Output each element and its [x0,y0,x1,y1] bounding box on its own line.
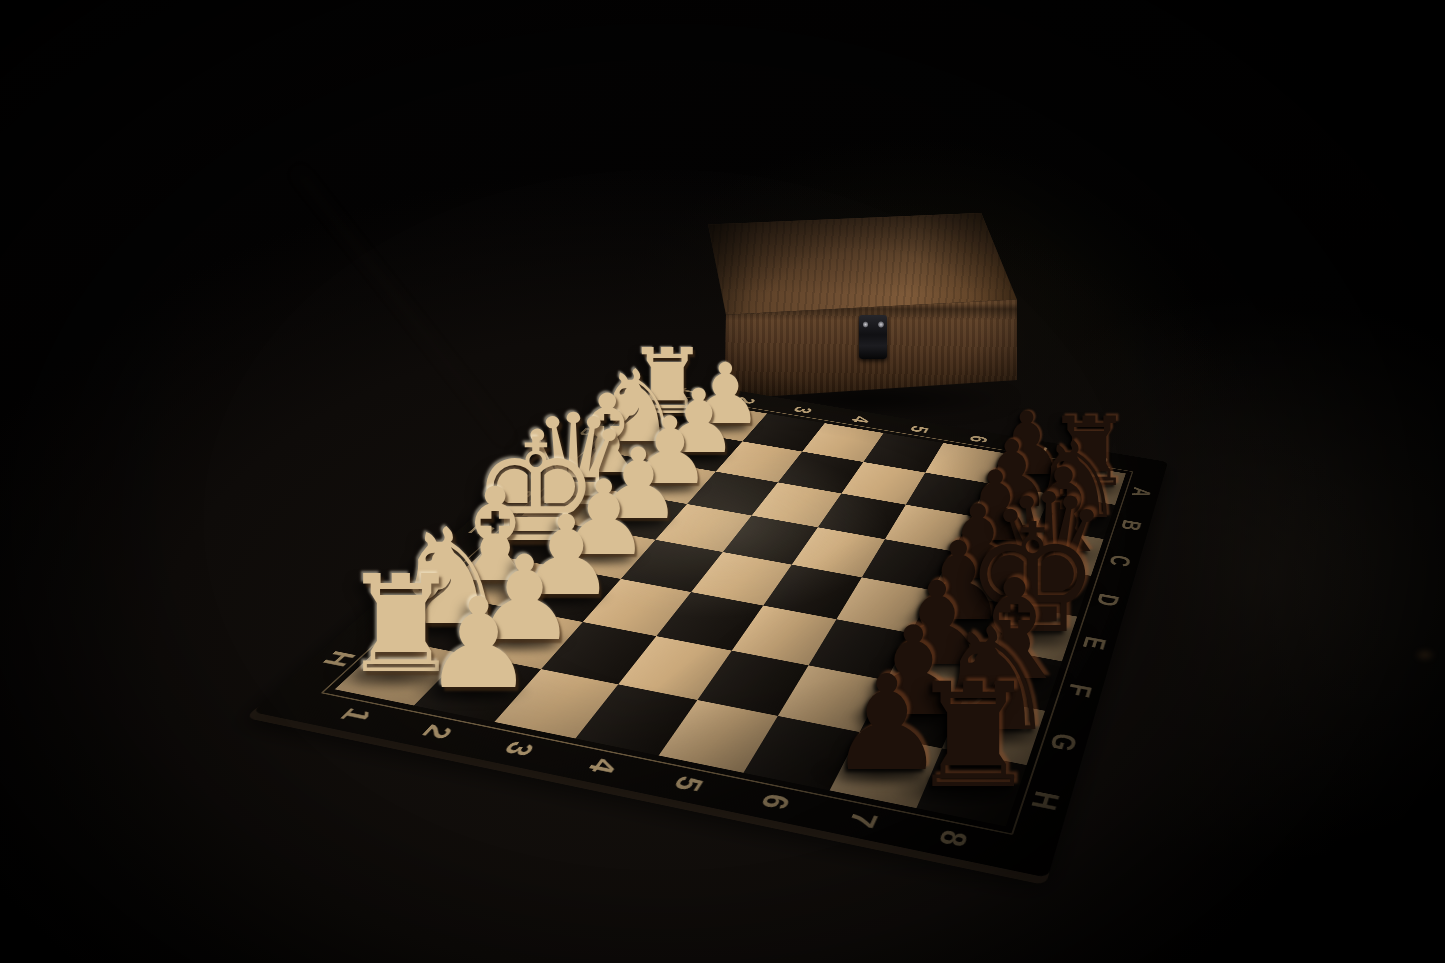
white-queen-d1: ♛ [517,398,630,524]
white-pawn-c2: ♟ [628,405,711,498]
piece-shadow [977,467,1064,488]
piece-glyph: ♟ [594,434,682,532]
piece-glyph: ♞ [594,357,684,457]
piece-shadow [455,527,597,561]
piece-shadow [324,659,459,691]
piece-shadow [959,498,1051,520]
white-pawn-f2: ♟ [517,501,616,611]
black-knight-b8: ♞ [1029,428,1124,534]
piece-glyph: ♟ [971,429,1053,521]
piece-shadow [407,676,532,706]
black-knight-g8: ♞ [931,609,1059,751]
piece-glyph: ♟ [472,540,577,657]
white-bishop-c1: ♝ [558,380,656,489]
white-bishop-f1: ♝ [437,471,553,600]
black-pawn-c7: ♟ [952,459,1039,556]
piece-glyph: ♝ [558,380,656,489]
piece-glyph: ♟ [885,567,988,682]
white-rook-a1: ♜ [627,338,708,429]
piece-glyph: ♟ [423,582,535,707]
piece-shadow [843,702,966,732]
piece-glyph: ♚ [473,420,600,562]
piece-glyph: ♛ [988,476,1108,610]
black-bishop-f8: ♝ [953,562,1077,700]
piece-shadow [914,716,1056,750]
piece-shadow [919,568,1021,593]
piece-glyph: ♜ [1046,404,1132,500]
piece-shadow [501,492,627,522]
piece-shadow [890,773,1035,808]
white-knight-b1: ♞ [594,357,684,457]
piece-shadow [616,406,707,428]
piece-shadow [458,627,575,655]
black-pawn-d7: ♟ [932,492,1024,594]
piece-glyph: ♟ [952,459,1039,556]
pieces-layer: ♜♟♞♟♝♟♟♜♛♟♟♞♟♚♝♟♟♝♛♟♟♞♚♟♟♜♝♟♟♞♟♜ [0,0,1445,963]
piece-shadow [936,665,1074,698]
black-king-e8: ♚ [965,504,1100,655]
black-pawn-f7: ♟ [885,567,988,682]
piece-glyph: ♟ [932,492,1024,594]
piece-glyph: ♝ [1011,454,1115,570]
piece-shadow [545,462,654,488]
piece-shadow [582,508,680,532]
piece-glyph: ♞ [1029,428,1124,534]
white-king-e1: ♚ [473,420,600,562]
black-pawn-g7: ♟ [858,610,968,733]
black-rook-h8: ♜ [908,664,1038,809]
piece-shadow [1016,507,1122,532]
piece-shadow [422,568,551,599]
piece-glyph: ♟ [910,527,1007,636]
piece-shadow [946,617,1097,653]
black-pawn-a7: ♟ [988,401,1066,488]
piece-shadow [677,416,761,436]
piece-shadow [896,609,1005,635]
piece-shadow [972,577,1106,609]
piece-glyph: ♞ [931,609,1059,751]
piece-shadow [375,611,508,643]
piece-shadow [545,544,649,569]
piece-shadow [940,532,1037,555]
piece-glyph: ♚ [965,504,1100,655]
black-rook-a8: ♜ [1046,404,1132,500]
white-knight-g1: ♞ [391,511,510,644]
white-pawn-g2: ♟ [472,540,577,657]
piece-glyph: ♝ [953,562,1077,700]
piece-glyph: ♜ [908,664,1038,809]
white-pawn-a2: ♟ [688,353,763,437]
piece-shadow [648,444,736,465]
black-pawn-e7: ♟ [910,527,1007,636]
piece-glyph: ♟ [557,466,650,570]
piece-glyph: ♞ [391,511,510,644]
piece-glyph: ♟ [628,405,711,498]
piece-glyph: ♛ [517,398,630,524]
piece-glyph: ♝ [437,471,553,600]
piece-shadow [812,757,944,789]
white-pawn-d2: ♟ [594,434,682,532]
scene: 11AA22BB33CC44DD55EE66FF77GG88HH ♜♟♞♟♝♟♟… [0,0,1445,963]
white-pawn-h2: ♟ [423,582,535,707]
piece-shadow [581,432,681,456]
piece-glyph: ♟ [858,610,968,733]
piece-shadow [1034,476,1130,499]
piece-glyph: ♜ [627,338,708,429]
piece-shadow [871,653,986,681]
piece-glyph: ♟ [688,353,763,437]
white-rook-h1: ♜ [341,558,462,693]
black-queen-d8: ♛ [988,476,1108,610]
piece-shadow [997,541,1113,569]
black-pawn-h7: ♟ [828,658,946,790]
black-pawn-b7: ♟ [971,429,1053,521]
white-pawn-e2: ♟ [557,466,650,570]
white-pawn-b2: ♟ [659,378,738,466]
piece-shadow [503,584,613,610]
piece-glyph: ♟ [828,658,946,790]
black-bishop-c8: ♝ [1011,454,1115,570]
piece-shadow [617,475,710,497]
piece-glyph: ♟ [988,401,1066,488]
piece-glyph: ♟ [659,378,738,466]
piece-glyph: ♟ [517,501,616,611]
piece-glyph: ♜ [341,558,462,693]
